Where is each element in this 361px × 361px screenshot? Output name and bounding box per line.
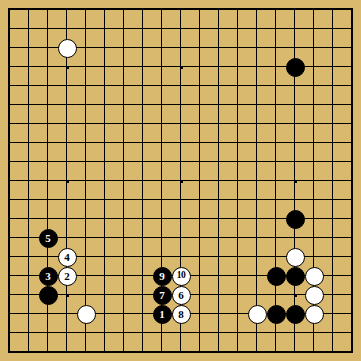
stones-layer: 12345678910 (1, 1, 361, 361)
stone-black[interactable] (286, 305, 305, 324)
stone-black-move-9[interactable]: 9 (153, 267, 172, 286)
stone-move-number: 6 (178, 290, 184, 301)
stone-black-move-7[interactable]: 7 (153, 286, 172, 305)
stone-black[interactable] (39, 286, 58, 305)
stone-white-move-8[interactable]: 8 (172, 305, 191, 324)
stone-move-number: 10 (177, 271, 186, 281)
go-board[interactable]: 12345678910 (0, 0, 361, 361)
stone-white[interactable] (305, 305, 324, 324)
stone-white[interactable] (305, 286, 324, 305)
stone-white[interactable] (305, 267, 324, 286)
stone-move-number: 7 (159, 290, 165, 301)
stone-white[interactable] (77, 305, 96, 324)
stone-white-move-10[interactable]: 10 (172, 267, 191, 286)
stone-move-number: 8 (178, 309, 184, 320)
stone-black[interactable] (286, 210, 305, 229)
stone-move-number: 3 (45, 271, 51, 282)
stone-black[interactable] (286, 267, 305, 286)
stone-black-move-3[interactable]: 3 (39, 267, 58, 286)
stone-white-move-2[interactable]: 2 (58, 267, 77, 286)
stone-white-move-4[interactable]: 4 (58, 248, 77, 267)
stone-move-number: 9 (159, 271, 165, 282)
stone-black[interactable] (286, 58, 305, 77)
stone-white-move-6[interactable]: 6 (172, 286, 191, 305)
stone-white[interactable] (248, 305, 267, 324)
stone-move-number: 1 (159, 309, 165, 320)
stone-move-number: 2 (64, 271, 70, 282)
stone-black[interactable] (267, 267, 286, 286)
stone-move-number: 4 (64, 252, 70, 263)
stone-black[interactable] (267, 305, 286, 324)
stone-black-move-1[interactable]: 1 (153, 305, 172, 324)
stone-white[interactable] (286, 248, 305, 267)
stone-move-number: 5 (45, 233, 51, 244)
stone-black-move-5[interactable]: 5 (39, 229, 58, 248)
stone-white[interactable] (58, 39, 77, 58)
